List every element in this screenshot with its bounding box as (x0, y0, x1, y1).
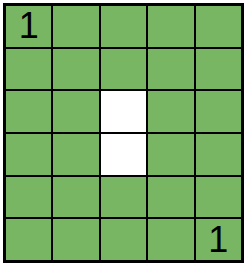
cell-r2c4[interactable] (148, 49, 193, 90)
cell-r2c2[interactable] (53, 49, 98, 90)
cell-r3c5[interactable] (196, 91, 241, 132)
cell-r3c2[interactable] (53, 91, 98, 132)
cell-r1c5[interactable] (196, 6, 241, 47)
board: 11 (3, 3, 244, 263)
cell-r6c3[interactable] (101, 219, 146, 260)
cell-r2c3[interactable] (101, 49, 146, 90)
blocked-cell-r3c3[interactable] (101, 91, 146, 132)
cell-r3c1[interactable] (6, 91, 51, 132)
cell-r6c1[interactable] (6, 219, 51, 260)
cell-r5c4[interactable] (148, 177, 193, 218)
cell-r3c4[interactable] (148, 91, 193, 132)
cell-r4c4[interactable] (148, 134, 193, 175)
cell-r5c5[interactable] (196, 177, 241, 218)
cell-r1c3[interactable] (101, 6, 146, 47)
blocked-cell-r4c3[interactable] (101, 134, 146, 175)
cell-r1c2[interactable] (53, 6, 98, 47)
cell-r5c2[interactable] (53, 177, 98, 218)
cell-r2c5[interactable] (196, 49, 241, 90)
cell-r1c4[interactable] (148, 6, 193, 47)
numbered-cell-r6c5[interactable]: 1 (196, 219, 241, 260)
cell-r2c1[interactable] (6, 49, 51, 90)
cell-r4c5[interactable] (196, 134, 241, 175)
cell-r4c2[interactable] (53, 134, 98, 175)
cell-r4c1[interactable] (6, 134, 51, 175)
cell-r5c3[interactable] (101, 177, 146, 218)
puzzle-stage: 11 (0, 0, 248, 267)
cell-r6c2[interactable] (53, 219, 98, 260)
numbered-cell-r1c1[interactable]: 1 (6, 6, 51, 47)
cell-r6c4[interactable] (148, 219, 193, 260)
cell-r5c1[interactable] (6, 177, 51, 218)
